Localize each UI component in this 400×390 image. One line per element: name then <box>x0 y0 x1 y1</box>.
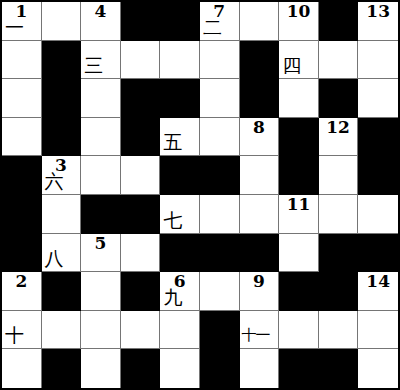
blocked-cell-r6c4 <box>160 234 200 273</box>
entry-cell-r3c0[interactable] <box>2 118 42 157</box>
down-clue-number: 3 <box>42 157 81 175</box>
entry-cell-r2c7[interactable] <box>279 79 319 118</box>
entry-cell-r0c9[interactable]: 13 <box>358 2 398 41</box>
entry-cell-r0c1[interactable] <box>42 2 82 41</box>
down-clue-number: 1 <box>2 3 41 21</box>
entry-cell-r8c4[interactable] <box>160 311 200 350</box>
entry-cell-r1c5[interactable] <box>200 41 240 80</box>
entry-cell-r8c9[interactable] <box>358 311 398 350</box>
entry-cell-r6c7[interactable] <box>279 234 319 273</box>
blocked-cell-r4c0 <box>2 156 42 195</box>
across-clue-kanji: 六 <box>45 172 64 191</box>
entry-cell-r8c7[interactable] <box>279 311 319 350</box>
blocked-cell-r2c3 <box>121 79 161 118</box>
blocked-cell-r4c7 <box>279 156 319 195</box>
entry-cell-r3c2[interactable] <box>81 118 121 157</box>
blocked-cell-r6c6 <box>240 234 280 273</box>
entry-cell-r5c7[interactable]: 11 <box>279 195 319 234</box>
entry-cell-r5c6[interactable] <box>240 195 280 234</box>
entry-cell-r8c2[interactable] <box>81 311 121 350</box>
across-clue-kanji: 三 <box>84 56 103 75</box>
blocked-cell-r2c4 <box>160 79 200 118</box>
blocked-cell-r4c5 <box>200 156 240 195</box>
blocked-cell-r1c6 <box>240 41 280 80</box>
blocked-cell-r9c8 <box>319 349 359 388</box>
down-clue-number: 6 <box>160 273 199 291</box>
entry-cell-r2c9[interactable] <box>358 79 398 118</box>
entry-cell-r4c3[interactable] <box>121 156 161 195</box>
entry-cell-r7c5[interactable] <box>200 272 240 311</box>
entry-cell-r0c7[interactable]: 10 <box>279 2 319 41</box>
entry-cell-r1c4[interactable] <box>160 41 200 80</box>
entry-cell-r6c2[interactable]: 5 <box>81 234 121 273</box>
entry-cell-r2c0[interactable] <box>2 79 42 118</box>
entry-cell-r7c6[interactable]: 9 <box>240 272 280 311</box>
entry-cell-r1c0[interactable] <box>2 41 42 80</box>
across-clue-kanji: 一 <box>5 18 24 37</box>
entry-cell-r9c0[interactable] <box>2 349 42 388</box>
entry-cell-r3c8[interactable]: 12 <box>319 118 359 157</box>
blocked-cell-r6c8 <box>319 234 359 273</box>
entry-cell-r8c1[interactable] <box>42 311 82 350</box>
blocked-cell-r5c2 <box>81 195 121 234</box>
blocked-cell-r7c1 <box>42 272 82 311</box>
blocked-cell-r1c1 <box>42 41 82 80</box>
down-clue-number: 7 <box>200 3 239 21</box>
entry-cell-r6c1[interactable]: 八 <box>42 234 82 273</box>
blocked-cell-r2c1 <box>42 79 82 118</box>
entry-cell-r0c2[interactable]: 4 <box>81 2 121 41</box>
entry-cell-r1c8[interactable] <box>319 41 359 80</box>
entry-cell-r9c6[interactable] <box>240 349 280 388</box>
entry-cell-r6c3[interactable] <box>121 234 161 273</box>
entry-cell-r5c9[interactable] <box>358 195 398 234</box>
entry-cell-r8c3[interactable] <box>121 311 161 350</box>
blocked-cell-r9c1 <box>42 349 82 388</box>
blocked-cell-r3c7 <box>279 118 319 157</box>
down-clue-number: 14 <box>358 273 398 291</box>
entry-cell-r5c8[interactable] <box>319 195 359 234</box>
blocked-cell-r6c5 <box>200 234 240 273</box>
across-clue-kanji: 五 <box>163 133 182 152</box>
entry-cell-r3c6[interactable]: 8 <box>240 118 280 157</box>
blocked-cell-r2c6 <box>240 79 280 118</box>
entry-cell-r1c2[interactable]: 三 <box>81 41 121 80</box>
entry-cell-r1c3[interactable] <box>121 41 161 80</box>
blocked-cell-r7c3 <box>121 272 161 311</box>
entry-cell-r1c9[interactable] <box>358 41 398 80</box>
crossword-board: 1一47二1013三四五8123六七11八526九914十十一 <box>0 0 400 390</box>
entry-cell-r0c0[interactable]: 1一 <box>2 2 42 41</box>
entry-cell-r7c0[interactable]: 2 <box>2 272 42 311</box>
blocked-cell-r3c9 <box>358 118 398 157</box>
entry-cell-r3c5[interactable] <box>200 118 240 157</box>
blocked-cell-r6c0 <box>2 234 42 273</box>
entry-cell-r7c9[interactable]: 14 <box>358 272 398 311</box>
blocked-cell-r7c7 <box>279 272 319 311</box>
blocked-cell-r6c9 <box>358 234 398 273</box>
entry-cell-r9c2[interactable] <box>81 349 121 388</box>
down-clue-number: 8 <box>240 119 279 137</box>
entry-cell-r5c4[interactable]: 七 <box>160 195 200 234</box>
down-clue-number: 12 <box>319 119 358 137</box>
entry-cell-r1c7[interactable]: 四 <box>279 41 319 80</box>
blocked-cell-r9c5 <box>200 349 240 388</box>
entry-cell-r8c0[interactable]: 十 <box>2 311 42 350</box>
entry-cell-r4c2[interactable] <box>81 156 121 195</box>
across-clue-kanji: 九 <box>163 288 182 307</box>
blocked-cell-r7c8 <box>319 272 359 311</box>
entry-cell-r0c6[interactable] <box>240 2 280 41</box>
across-clue-kanji: 四 <box>282 56 301 75</box>
across-clue-kanji: 八 <box>45 249 64 268</box>
down-clue-number: 11 <box>279 196 318 214</box>
entry-cell-r7c4[interactable]: 6九 <box>160 272 200 311</box>
blocked-cell-r8c5 <box>200 311 240 350</box>
entry-cell-r4c8[interactable] <box>319 156 359 195</box>
across-clue-kanji: 十一 <box>242 328 270 343</box>
entry-cell-r9c4[interactable] <box>160 349 200 388</box>
entry-cell-r9c9[interactable] <box>358 349 398 388</box>
down-clue-number: 13 <box>358 3 398 21</box>
entry-cell-r7c2[interactable] <box>81 272 121 311</box>
entry-cell-r0c5[interactable]: 7二 <box>200 2 240 41</box>
blocked-cell-r3c1 <box>42 118 82 157</box>
entry-cell-r3c4[interactable]: 五 <box>160 118 200 157</box>
blocked-cell-r5c0 <box>2 195 42 234</box>
entry-cell-r2c5[interactable] <box>200 79 240 118</box>
entry-cell-r2c2[interactable] <box>81 79 121 118</box>
blocked-cell-r2c8 <box>319 79 359 118</box>
entry-cell-r4c1[interactable]: 3六 <box>42 156 82 195</box>
blocked-cell-r0c3 <box>121 2 161 41</box>
blocked-cell-r0c8 <box>319 2 359 41</box>
down-clue-number: 9 <box>240 273 279 291</box>
down-clue-number: 2 <box>2 273 41 291</box>
entry-cell-r8c8[interactable] <box>319 311 359 350</box>
blocked-cell-r5c3 <box>121 195 161 234</box>
down-clue-number: 4 <box>81 3 120 21</box>
blocked-cell-r9c3 <box>121 349 161 388</box>
entry-cell-r8c6[interactable]: 十一 <box>240 311 280 350</box>
blocked-cell-r0c4 <box>160 2 200 41</box>
entry-cell-r4c6[interactable] <box>240 156 280 195</box>
blocked-cell-r4c4 <box>160 156 200 195</box>
down-clue-number: 10 <box>279 3 318 21</box>
across-clue-kanji: 二 <box>203 18 222 37</box>
blocked-cell-r9c7 <box>279 349 319 388</box>
blocked-cell-r4c9 <box>358 156 398 195</box>
blocked-cell-r3c3 <box>121 118 161 157</box>
entry-cell-r5c1[interactable] <box>42 195 82 234</box>
entry-cell-r5c5[interactable] <box>200 195 240 234</box>
across-clue-kanji: 十 <box>5 326 24 345</box>
down-clue-number: 5 <box>81 235 120 253</box>
across-clue-kanji: 七 <box>163 211 182 230</box>
